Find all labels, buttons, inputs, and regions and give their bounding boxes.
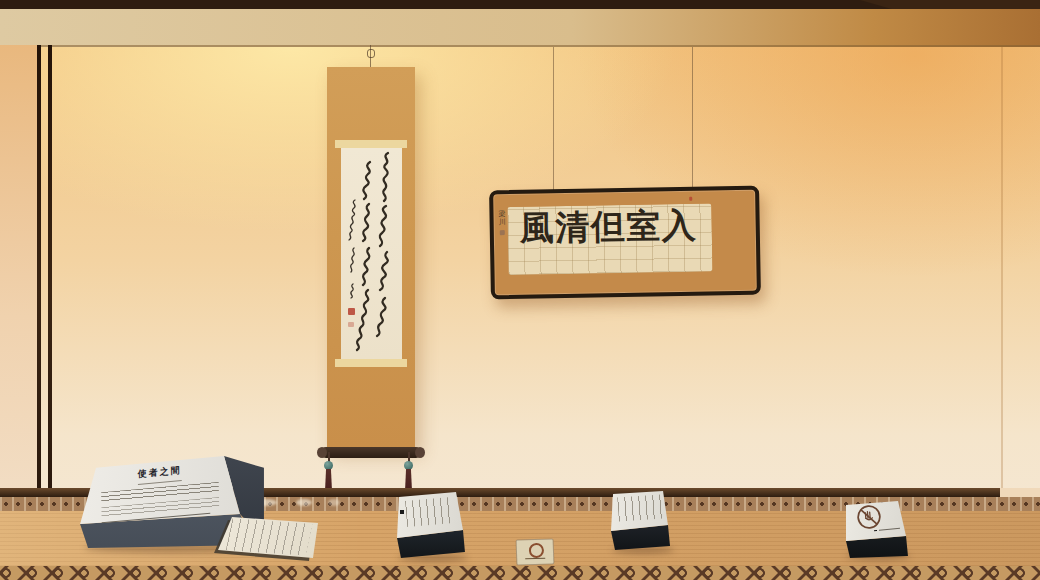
vertical-text-columns	[405, 497, 453, 527]
light-reflection	[328, 499, 340, 506]
frame-hanging-wire	[553, 47, 554, 190]
plaque-character: 風	[519, 210, 554, 245]
roller-knob	[317, 447, 327, 458]
no-touching-icon	[855, 503, 883, 531]
scroll-paper	[341, 148, 402, 359]
calligraphy-strokes	[341, 148, 402, 359]
square-marker	[400, 510, 404, 514]
beam-edge-line	[0, 45, 1040, 47]
fuchin-weight	[324, 461, 333, 470]
scroll-ichimonji-strip	[335, 140, 407, 148]
tatami-border-bottom	[0, 566, 1040, 580]
plaque-signature: 梁川	[498, 210, 507, 226]
plaque-character: 入	[661, 208, 696, 243]
scroll-ichimonji-strip	[335, 359, 407, 367]
corner-post-line	[48, 45, 52, 497]
corner-post-line	[37, 45, 41, 497]
emblem-card	[516, 538, 555, 565]
artifact-label-stand-2	[608, 488, 676, 552]
plaque-character: 室	[626, 208, 661, 243]
subtitle-line	[138, 480, 182, 485]
no-touching-stand	[840, 498, 912, 560]
right-corner-line	[1001, 47, 1003, 499]
left-wall-panel	[0, 45, 37, 497]
vertical-text-columns	[226, 518, 313, 555]
small-red-seal-dot	[689, 197, 692, 201]
museum-room-photo: 風 清 但 室 入 梁川 使者之間	[0, 0, 1040, 580]
pedestal-label-content: 使者之間	[101, 461, 219, 523]
signature-seal-mark	[500, 230, 505, 235]
plaque-characters: 風 清 但 室 入	[519, 191, 696, 262]
scroll-roller-rod	[321, 447, 421, 458]
red-seal-stamp	[348, 308, 355, 315]
round-emblem-icon	[529, 543, 545, 559]
plaque-character: 清	[555, 210, 590, 245]
wood-beam	[0, 9, 1040, 47]
calligraphy-plaque-frame: 風 清 但 室 入 梁川	[489, 186, 761, 300]
artifact-label-stand-1	[392, 490, 468, 560]
vertical-text-columns	[617, 494, 663, 521]
caption-line	[525, 558, 545, 560]
plaque-character: 但	[590, 209, 625, 244]
frame-hanging-wire	[692, 47, 693, 188]
light-reflection	[296, 499, 312, 506]
red-seal-stamp-faint	[348, 322, 354, 327]
roller-knob	[415, 447, 425, 458]
fuchin-weight	[404, 461, 413, 470]
hook-icon	[367, 49, 375, 58]
